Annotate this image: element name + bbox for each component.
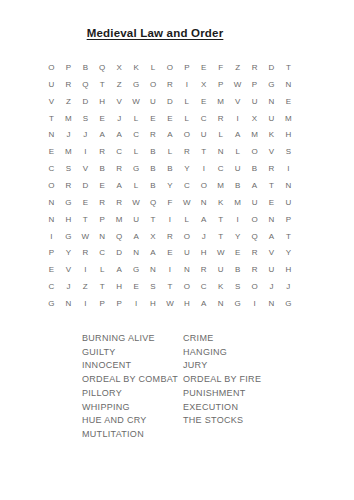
grid-cell-r6c2: M [60,143,77,160]
grid-cell-r4c3: S [77,110,94,127]
word-list-item: MUTLITATION [82,428,178,442]
grid-cell-r12c12: E [229,244,246,261]
grid-cell-r4c15: M [280,110,297,127]
grid-cell-r1c5: X [111,59,128,76]
grid-cell-r15c4: P [94,295,111,312]
grid-cell-r13c6: G [128,261,145,278]
word-list-item: BURNING ALIVE [82,332,178,346]
word-list-item: INNOCENT [82,359,178,373]
grid-cell-r7c9: Y [178,160,195,177]
grid-cell-r13c8: I [161,261,178,278]
grid-cell-r13c15: H [280,261,297,278]
grid-cell-r8c4: E [94,177,111,194]
grid-cell-r14c7: S [145,278,162,295]
grid-cell-r10c7: T [145,211,162,228]
grid-cell-r7c10: I [195,160,212,177]
grid-cell-r11c6: A [128,228,145,245]
grid-cell-r8c8: Y [161,177,178,194]
grid-cell-r14c5: H [111,278,128,295]
grid-cell-r9c6: W [128,194,145,211]
grid-cell-r2c3: Q [77,76,94,93]
grid-cell-r15c2: N [60,295,77,312]
grid-cell-r1c8: O [161,59,178,76]
grid-cell-r1c7: L [145,59,162,76]
grid-cell-r8c2: R [60,177,77,194]
grid-cell-r13c7: N [145,261,162,278]
grid-cell-r5c10: U [195,126,212,143]
grid-cell-r8c11: M [212,177,229,194]
grid-cell-r11c11: T [212,228,229,245]
grid-cell-r10c14: N [263,211,280,228]
grid-cell-r7c11: C [212,160,229,177]
word-list-item: HUE AND CRY [82,414,178,428]
grid-cell-r10c1: N [43,211,60,228]
grid-cell-r4c6: L [128,110,145,127]
grid-cell-r3c6: W [128,93,145,110]
grid-cell-r15c1: G [43,295,60,312]
grid-cell-r4c5: J [111,110,128,127]
grid-cell-r8c1: O [43,177,60,194]
grid-cell-r8c14: T [263,177,280,194]
grid-cell-r9c12: M [229,194,246,211]
grid-cell-r12c5: D [111,244,128,261]
word-list-item: THE STOCKS [183,414,261,428]
word-search-grid: OPBQXKLOPEFZRDTURQTZGORIXPWPGNVZDHVWUDLE… [43,59,297,312]
grid-cell-r14c12: S [229,278,246,295]
grid-cell-r3c11: M [212,93,229,110]
word-list-item: JURY [183,359,261,373]
word-list-item: CRIME [183,332,261,346]
grid-cell-r1c4: Q [94,59,111,76]
grid-cell-r8c7: B [145,177,162,194]
grid-cell-r7c8: B [161,160,178,177]
grid-cell-r13c5: A [111,261,128,278]
grid-cell-r15c3: I [77,295,94,312]
grid-cell-r4c8: E [161,110,178,127]
grid-cell-r10c9: L [178,211,195,228]
grid-cell-r2c10: X [195,76,212,93]
grid-cell-r12c1: P [43,244,60,261]
grid-cell-r9c5: R [111,194,128,211]
grid-cell-r7c1: C [43,160,60,177]
grid-cell-r12c9: U [178,244,195,261]
grid-cell-r6c12: L [229,143,246,160]
grid-cell-r1c9: P [178,59,195,76]
grid-cell-r14c8: T [161,278,178,295]
grid-cell-r6c13: O [246,143,263,160]
grid-cell-r9c7: Q [145,194,162,211]
word-list-item: GUILTY [82,346,178,360]
grid-cell-r11c1: I [43,228,60,245]
grid-cell-r12c2: Y [60,244,77,261]
grid-cell-r10c5: M [111,211,128,228]
grid-cell-r1c11: F [212,59,229,76]
grid-cell-r2c12: W [229,76,246,93]
grid-cell-r5c12: A [229,126,246,143]
grid-cell-r12c13: R [246,244,263,261]
grid-cell-r12c10: H [195,244,212,261]
grid-cell-r6c6: L [128,143,145,160]
grid-cell-r14c13: O [246,278,263,295]
grid-cell-r5c2: J [60,126,77,143]
grid-cell-r5c5: A [111,126,128,143]
grid-cell-r6c4: R [94,143,111,160]
grid-cell-r2c9: I [178,76,195,93]
grid-cell-r4c14: U [263,110,280,127]
grid-cell-r8c6: L [128,177,145,194]
grid-cell-r1c6: K [128,59,145,76]
grid-cell-r14c6: E [128,278,145,295]
grid-cell-r4c2: M [60,110,77,127]
grid-cell-r3c15: E [280,93,297,110]
grid-cell-r15c7: H [145,295,162,312]
grid-cell-r4c12: I [229,110,246,127]
grid-cell-r7c13: B [246,160,263,177]
grid-cell-r2c11: P [212,76,229,93]
grid-cell-r11c12: Y [229,228,246,245]
grid-cell-r13c1: E [43,261,60,278]
grid-cell-r10c13: O [246,211,263,228]
grid-cell-r3c1: V [43,93,60,110]
word-list-item: HANGING [183,346,261,360]
grid-cell-r12c4: C [94,244,111,261]
grid-cell-r9c2: G [60,194,77,211]
grid-cell-r9c10: N [195,194,212,211]
grid-cell-r15c10: A [195,295,212,312]
grid-cell-r3c4: H [94,93,111,110]
grid-cell-r10c15: P [280,211,297,228]
grid-cell-r13c12: B [229,261,246,278]
grid-cell-r13c14: U [263,261,280,278]
grid-cell-r12c3: R [77,244,94,261]
grid-cell-r4c4: E [94,110,111,127]
grid-cell-r11c14: A [263,228,280,245]
grid-cell-r10c12: I [229,211,246,228]
grid-cell-r5c7: R [145,126,162,143]
grid-cell-r7c4: B [94,160,111,177]
grid-cell-r9c3: E [77,194,94,211]
grid-cell-r1c10: E [195,59,212,76]
grid-cell-r12c11: W [212,244,229,261]
grid-cell-r9c9: W [178,194,195,211]
grid-cell-r4c7: E [145,110,162,127]
worksheet-page: Medieval Law and Order OPBQXKLOPEFZRDTUR… [0,0,354,500]
grid-cell-r12c14: V [263,244,280,261]
grid-cell-r12c8: E [161,244,178,261]
grid-cell-r11c9: O [178,228,195,245]
grid-cell-r11c2: G [60,228,77,245]
grid-cell-r5c1: N [43,126,60,143]
word-list-column-2: CRIMEHANGINGJURYORDEAL BY FIREPUNISHMENT… [183,332,261,428]
grid-cell-r3c12: V [229,93,246,110]
grid-cell-r5c3: J [77,126,94,143]
grid-cell-r2c1: U [43,76,60,93]
grid-cell-r3c10: E [195,93,212,110]
grid-cell-r2c2: R [60,76,77,93]
grid-cell-r5c8: A [161,126,178,143]
grid-cell-r14c1: C [43,278,60,295]
grid-cell-r6c14: V [263,143,280,160]
grid-cell-r13c9: N [178,261,195,278]
grid-cell-r10c2: H [60,211,77,228]
grid-cell-r2c6: G [128,76,145,93]
grid-cell-r7c12: U [229,160,246,177]
grid-cell-r10c8: I [161,211,178,228]
grid-cell-r4c13: X [246,110,263,127]
grid-cell-r13c11: U [212,261,229,278]
grid-cell-r2c15: N [280,76,297,93]
grid-cell-r2c7: O [145,76,162,93]
grid-cell-r7c5: R [111,160,128,177]
grid-cell-r5c11: L [212,126,229,143]
grid-cell-r6c9: R [178,143,195,160]
grid-cell-r15c9: H [178,295,195,312]
grid-cell-r5c15: H [280,126,297,143]
grid-cell-r5c9: O [178,126,195,143]
grid-cell-r8c15: N [280,177,297,194]
grid-cell-r2c5: Z [111,76,128,93]
grid-cell-r13c10: R [195,261,212,278]
grid-cell-r6c10: T [195,143,212,160]
grid-cell-r11c10: J [195,228,212,245]
grid-cell-r5c6: C [128,126,145,143]
grid-cell-r3c2: Z [60,93,77,110]
grid-cell-r12c6: N [128,244,145,261]
word-list-column-1: BURNING ALIVEGUILTYINNOCENTORDEAL BY COM… [82,332,178,442]
grid-cell-r3c14: N [263,93,280,110]
grid-cell-r1c3: B [77,59,94,76]
grid-cell-r7c6: G [128,160,145,177]
grid-cell-r9c13: U [246,194,263,211]
grid-cell-r2c14: G [263,76,280,93]
grid-cell-r14c11: K [212,278,229,295]
grid-cell-r6c15: S [280,143,297,160]
grid-cell-r7c7: B [145,160,162,177]
grid-cell-r5c14: K [263,126,280,143]
grid-cell-r14c15: J [280,278,297,295]
grid-cell-r3c9: L [178,93,195,110]
grid-cell-r7c2: S [60,160,77,177]
grid-cell-r10c4: P [94,211,111,228]
grid-cell-r13c13: R [246,261,263,278]
word-list-item: ORDEAL BY COMBAT [82,373,178,387]
grid-cell-r15c15: G [280,295,297,312]
grid-cell-r15c13: I [246,295,263,312]
grid-cell-r11c13: Q [246,228,263,245]
grid-cell-r15c6: I [128,295,145,312]
grid-cell-r10c11: T [212,211,229,228]
word-list: BURNING ALIVEGUILTYINNOCENTORDEAL BY COM… [0,332,354,452]
grid-cell-r7c15: I [280,160,297,177]
word-list-item: EXECUTION [183,401,261,415]
grid-cell-r6c1: E [43,143,60,160]
grid-cell-r3c13: U [246,93,263,110]
grid-cell-r14c10: C [195,278,212,295]
grid-cell-r10c10: A [195,211,212,228]
grid-cell-r8c10: O [195,177,212,194]
grid-cell-r2c13: P [246,76,263,93]
grid-cell-r13c3: I [77,261,94,278]
grid-cell-r9c15: U [280,194,297,211]
grid-cell-r9c14: E [263,194,280,211]
grid-cell-r5c4: A [94,126,111,143]
grid-cell-r9c4: R [94,194,111,211]
grid-cell-r10c6: U [128,211,145,228]
grid-cell-r3c5: V [111,93,128,110]
grid-cell-r4c9: L [178,110,195,127]
grid-cell-r11c4: N [94,228,111,245]
grid-cell-r9c8: F [161,194,178,211]
grid-cell-r6c3: I [77,143,94,160]
grid-cell-r3c8: D [161,93,178,110]
grid-cell-r2c4: T [94,76,111,93]
word-list-item: ORDEAL BY FIRE [183,373,261,387]
grid-cell-r8c13: A [246,177,263,194]
grid-cell-r8c5: A [111,177,128,194]
grid-cell-r8c12: B [229,177,246,194]
grid-cell-r7c3: V [77,160,94,177]
grid-cell-r15c11: N [212,295,229,312]
grid-cell-r14c4: T [94,278,111,295]
grid-cell-r11c15: T [280,228,297,245]
grid-cell-r4c1: T [43,110,60,127]
grid-cell-r15c14: N [263,295,280,312]
grid-cell-r6c11: N [212,143,229,160]
grid-cell-r1c12: Z [229,59,246,76]
grid-cell-r9c11: K [212,194,229,211]
grid-cell-r1c15: T [280,59,297,76]
grid-cell-r6c8: L [161,143,178,160]
grid-cell-r9c1: N [43,194,60,211]
grid-cell-r1c13: R [246,59,263,76]
grid-cell-r2c8: R [161,76,178,93]
grid-cell-r13c4: L [94,261,111,278]
grid-cell-r11c5: Q [111,228,128,245]
grid-cell-r8c9: C [178,177,195,194]
grid-cell-r15c8: W [161,295,178,312]
grid-cell-r8c3: D [77,177,94,194]
grid-cell-r3c3: D [77,93,94,110]
grid-cell-r1c2: P [60,59,77,76]
grid-cell-r14c14: J [263,278,280,295]
grid-cell-r6c7: B [145,143,162,160]
grid-cell-r3c7: U [145,93,162,110]
grid-cell-r4c11: R [212,110,229,127]
grid-cell-r14c3: Z [77,278,94,295]
grid-cell-r12c7: A [145,244,162,261]
grid-cell-r4c10: C [195,110,212,127]
grid-cell-r15c5: P [111,295,128,312]
word-list-item: PILLORY [82,387,178,401]
grid-cell-r14c2: J [60,278,77,295]
word-list-item: WHIPPING [82,401,178,415]
grid-cell-r6c5: C [111,143,128,160]
grid-cell-r1c1: O [43,59,60,76]
grid-cell-r14c9: O [178,278,195,295]
grid-cell-r11c3: W [77,228,94,245]
grid-cell-r5c13: M [246,126,263,143]
grid-cell-r15c12: G [229,295,246,312]
grid-cell-r13c2: V [60,261,77,278]
grid-cell-r1c14: D [263,59,280,76]
grid-cell-r11c8: R [161,228,178,245]
grid-cell-r10c3: T [77,211,94,228]
puzzle-title: Medieval Law and Order [87,27,224,39]
grid-cell-r11c7: X [145,228,162,245]
grid-cell-r12c15: Y [280,244,297,261]
grid-cell-r7c14: R [263,160,280,177]
word-list-item: PUNISHMENT [183,387,261,401]
